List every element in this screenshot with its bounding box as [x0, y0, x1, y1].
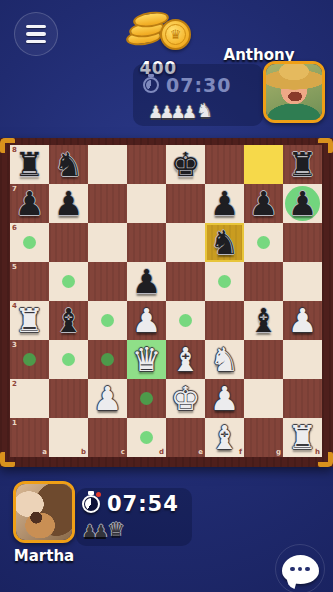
- square-b3[interactable]: [49, 340, 88, 379]
- square-f6[interactable]: ♞: [205, 223, 244, 262]
- square-e3[interactable]: ♝: [166, 340, 205, 379]
- move-dot[interactable]: [257, 236, 270, 249]
- black-bishop[interactable]: ♝: [54, 301, 84, 340]
- gold-coins-icon: ♛: [120, 6, 196, 56]
- white-pawn[interactable]: ♟: [93, 379, 123, 418]
- square-a7[interactable]: 7♟: [10, 184, 49, 223]
- square-b7[interactable]: ♟: [49, 184, 88, 223]
- file-label: f: [239, 448, 242, 456]
- square-d6[interactable]: [127, 223, 166, 262]
- square-b4[interactable]: ♝: [49, 301, 88, 340]
- player-timer-text: 07:54: [107, 492, 179, 516]
- board-corner-accent: [0, 452, 15, 467]
- square-c6[interactable]: [88, 223, 127, 262]
- move-dot[interactable]: [23, 236, 36, 249]
- board-corner-accent: [0, 138, 15, 153]
- square-c5[interactable]: [88, 262, 127, 301]
- square-g2[interactable]: [244, 379, 283, 418]
- square-a8[interactable]: 8♜: [10, 145, 49, 184]
- square-d8[interactable]: [127, 145, 166, 184]
- captured-black-pawn: ♟: [93, 520, 108, 542]
- black-king[interactable]: ♚: [171, 145, 201, 184]
- square-g1[interactable]: g: [244, 418, 283, 457]
- square-h2[interactable]: [283, 379, 322, 418]
- white-pawn[interactable]: ♟: [210, 379, 240, 418]
- square-f1[interactable]: f♝: [205, 418, 244, 457]
- square-h4[interactable]: ♟: [283, 301, 322, 340]
- move-dot[interactable]: [23, 353, 36, 366]
- black-pawn[interactable]: ♟: [249, 184, 279, 223]
- rank-label: 6: [12, 224, 17, 232]
- opponent-avatar-photo: [266, 64, 322, 120]
- square-d1[interactable]: d: [127, 418, 166, 457]
- white-bishop[interactable]: ♝: [210, 418, 240, 457]
- white-king[interactable]: ♚: [171, 379, 201, 418]
- chat-button[interactable]: [275, 544, 325, 592]
- square-b2[interactable]: [49, 379, 88, 418]
- square-d2[interactable]: [127, 379, 166, 418]
- opponent-timer: 07:30: [143, 74, 231, 96]
- player-captured-pieces: ♟♟♛: [82, 517, 125, 542]
- black-pawn[interactable]: ♟: [15, 184, 45, 223]
- move-dot[interactable]: [179, 314, 192, 327]
- square-g7[interactable]: ♟: [244, 184, 283, 223]
- rank-label: 5: [12, 263, 17, 271]
- board-corner-accent: [318, 138, 333, 153]
- file-label: c: [121, 448, 125, 456]
- file-label: a: [42, 448, 47, 456]
- square-g6[interactable]: [244, 223, 283, 262]
- white-bishop[interactable]: ♝: [171, 340, 201, 379]
- square-e4[interactable]: [166, 301, 205, 340]
- captured-white-pawn: ♟: [182, 101, 197, 123]
- square-h1[interactable]: h♜: [283, 418, 322, 457]
- square-e5[interactable]: [166, 262, 205, 301]
- chess-board-frame: 8♜♞♚♜7♟♟♟♟♟6♞5♟4♜♝♟♝♟3♛♝♞2♟♚♟1abcdef♝gh♜: [0, 138, 333, 467]
- board-corner-accent: [318, 452, 333, 467]
- square-b5[interactable]: [49, 262, 88, 301]
- file-label: g: [276, 448, 281, 456]
- square-a1[interactable]: 1a: [10, 418, 49, 457]
- file-label: b: [81, 448, 86, 456]
- file-label: d: [159, 448, 164, 456]
- square-a2[interactable]: 2: [10, 379, 49, 418]
- square-d7[interactable]: [127, 184, 166, 223]
- captured-white-knight: ♞: [196, 98, 213, 123]
- square-h8[interactable]: ♜: [283, 145, 322, 184]
- square-c7[interactable]: [88, 184, 127, 223]
- black-rook[interactable]: ♜: [288, 145, 318, 184]
- white-rook[interactable]: ♜: [15, 301, 45, 340]
- square-b8[interactable]: ♞: [49, 145, 88, 184]
- square-d3[interactable]: ♛: [127, 340, 166, 379]
- square-b6[interactable]: [49, 223, 88, 262]
- square-c1[interactable]: c: [88, 418, 127, 457]
- white-pawn[interactable]: ♟: [132, 301, 162, 340]
- square-f5[interactable]: [205, 262, 244, 301]
- move-dot[interactable]: [101, 353, 114, 366]
- captured-black-queen: ♛: [108, 517, 125, 542]
- square-e7[interactable]: [166, 184, 205, 223]
- square-g3[interactable]: [244, 340, 283, 379]
- square-h7[interactable]: ♟: [283, 184, 322, 223]
- square-d5[interactable]: ♟: [127, 262, 166, 301]
- black-rook[interactable]: ♜: [15, 145, 45, 184]
- rank-label: 4: [12, 302, 17, 310]
- square-c4[interactable]: [88, 301, 127, 340]
- chat-bubble-icon: [282, 555, 319, 584]
- move-dot[interactable]: [62, 353, 75, 366]
- square-d4[interactable]: ♟: [127, 301, 166, 340]
- square-h3[interactable]: [283, 340, 322, 379]
- opponent-avatar[interactable]: [263, 61, 325, 123]
- square-a6[interactable]: 6: [10, 223, 49, 262]
- square-h6[interactable]: [283, 223, 322, 262]
- rank-label: 2: [12, 380, 17, 388]
- move-dot[interactable]: [140, 431, 153, 444]
- square-f8[interactable]: [205, 145, 244, 184]
- hamburger-icon: [26, 25, 46, 29]
- move-dot[interactable]: [101, 314, 114, 327]
- square-f4[interactable]: [205, 301, 244, 340]
- menu-button[interactable]: [14, 12, 58, 56]
- square-g5[interactable]: [244, 262, 283, 301]
- move-dot[interactable]: [218, 275, 231, 288]
- black-knight[interactable]: ♞: [54, 145, 84, 184]
- square-b1[interactable]: b: [49, 418, 88, 457]
- black-knight[interactable]: ♞: [210, 223, 240, 262]
- black-pawn[interactable]: ♟: [54, 184, 84, 223]
- white-rook[interactable]: ♜: [288, 418, 318, 457]
- square-c8[interactable]: [88, 145, 127, 184]
- white-pawn[interactable]: ♟: [288, 301, 318, 340]
- move-dot[interactable]: [140, 392, 153, 405]
- chess-app-screen: ♛ 400 Anthony 07:30 ♟♟♟♟♞ 8♜♞♚♜7♟♟♟♟♟6♞5…: [0, 0, 333, 592]
- square-a3[interactable]: 3: [10, 340, 49, 379]
- square-f7[interactable]: ♟: [205, 184, 244, 223]
- square-e6[interactable]: [166, 223, 205, 262]
- black-pawn[interactable]: ♟: [210, 184, 240, 223]
- black-pawn[interactable]: ♟: [288, 184, 318, 223]
- white-queen[interactable]: ♛: [132, 340, 162, 379]
- square-g8[interactable]: [244, 145, 283, 184]
- player-avatar[interactable]: [13, 481, 75, 543]
- square-e1[interactable]: e: [166, 418, 205, 457]
- opponent-captured-pieces: ♟♟♟♟♞: [148, 98, 213, 123]
- player-avatar-photo: [16, 484, 72, 540]
- rank-label: 1: [12, 419, 17, 427]
- rank-label: 7: [12, 185, 17, 193]
- black-pawn[interactable]: ♟: [132, 262, 162, 301]
- square-e2[interactable]: ♚: [166, 379, 205, 418]
- square-a4[interactable]: 4♜: [10, 301, 49, 340]
- coin-crown-icon: ♛: [160, 19, 191, 50]
- square-g4[interactable]: ♝: [244, 301, 283, 340]
- white-knight[interactable]: ♞: [210, 340, 240, 379]
- square-a5[interactable]: 5: [10, 262, 49, 301]
- black-bishop[interactable]: ♝: [249, 301, 279, 340]
- square-c3[interactable]: [88, 340, 127, 379]
- square-h5[interactable]: [283, 262, 322, 301]
- square-f2[interactable]: ♟: [205, 379, 244, 418]
- stopwatch-icon: [143, 77, 159, 93]
- opponent-timer-text: 07:30: [166, 74, 231, 96]
- square-e8[interactable]: ♚: [166, 145, 205, 184]
- stopwatch-icon: [82, 495, 100, 513]
- player-timer: 07:54: [82, 492, 179, 516]
- move-dot[interactable]: [62, 275, 75, 288]
- square-c2[interactable]: ♟: [88, 379, 127, 418]
- chess-board: 8♜♞♚♜7♟♟♟♟♟6♞5♟4♜♝♟♝♟3♛♝♞2♟♚♟1abcdef♝gh♜: [10, 145, 322, 457]
- player-name: Martha: [4, 547, 84, 565]
- file-label: e: [198, 448, 203, 456]
- square-f3[interactable]: ♞: [205, 340, 244, 379]
- rank-label: 3: [12, 341, 17, 349]
